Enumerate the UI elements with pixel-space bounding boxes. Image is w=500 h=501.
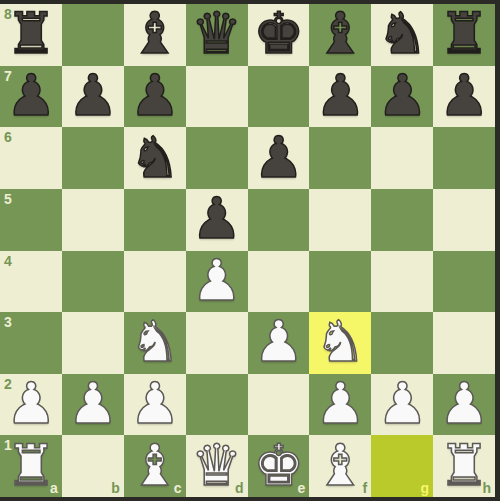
square-f1[interactable]: f♝ [309,435,371,497]
piece-black-bishop-f8[interactable]: ♝ [315,5,366,62]
piece-black-knight-c6[interactable]: ♞ [129,129,180,186]
rank-label-3: 3 [4,315,12,329]
square-g8[interactable]: ♞ [371,4,433,66]
square-d4[interactable]: ♟ [186,251,248,313]
square-h3[interactable] [433,312,495,374]
square-c7[interactable]: ♟ [124,66,186,128]
square-e7[interactable] [248,66,310,128]
square-h8[interactable]: ♜ [433,4,495,66]
square-e3[interactable]: ♟ [248,312,310,374]
square-c8[interactable]: ♝ [124,4,186,66]
piece-black-knight-g8[interactable]: ♞ [377,5,428,62]
square-d8[interactable]: ♛ [186,4,248,66]
square-f6[interactable] [309,127,371,189]
square-c6[interactable]: ♞ [124,127,186,189]
square-c2[interactable]: ♟ [124,374,186,436]
square-e2[interactable] [248,374,310,436]
piece-black-pawn-f7[interactable]: ♟ [315,67,366,124]
piece-black-pawn-d5[interactable]: ♟ [191,190,242,247]
piece-black-pawn-h7[interactable]: ♟ [439,67,490,124]
piece-white-knight-f3[interactable]: ♞ [315,313,366,370]
square-h4[interactable] [433,251,495,313]
piece-white-pawn-b2[interactable]: ♟ [67,375,118,432]
chess-board: 8♜♝♛♚♝♞♜7♟♟♟♟♟♟6♞♟5♟4♟3♞♟♞2♟♟♟♟♟♟1a♜bc♝d… [0,4,495,497]
square-g3[interactable] [371,312,433,374]
square-f2[interactable]: ♟ [309,374,371,436]
piece-black-rook-a8[interactable]: ♜ [5,5,56,62]
square-e6[interactable]: ♟ [248,127,310,189]
piece-white-pawn-c2[interactable]: ♟ [129,375,180,432]
square-f8[interactable]: ♝ [309,4,371,66]
rank-label-6: 6 [4,130,12,144]
piece-black-bishop-c8[interactable]: ♝ [129,5,180,62]
square-g1[interactable]: g [371,435,433,497]
square-g7[interactable]: ♟ [371,66,433,128]
piece-white-pawn-d4[interactable]: ♟ [191,252,242,309]
board-frame: 8♜♝♛♚♝♞♜7♟♟♟♟♟♟6♞♟5♟4♟3♞♟♞2♟♟♟♟♟♟1a♜bc♝d… [0,0,500,501]
square-g4[interactable] [371,251,433,313]
square-b3[interactable] [62,312,124,374]
piece-black-king-e8[interactable]: ♚ [253,5,304,62]
square-a4[interactable]: 4 [0,251,62,313]
square-b7[interactable]: ♟ [62,66,124,128]
piece-black-pawn-c7[interactable]: ♟ [129,67,180,124]
piece-white-bishop-f1[interactable]: ♝ [315,437,366,494]
piece-black-pawn-a7[interactable]: ♟ [5,67,56,124]
square-c1[interactable]: c♝ [124,435,186,497]
piece-white-rook-h1[interactable]: ♜ [439,437,490,494]
square-h5[interactable] [433,189,495,251]
rank-label-4: 4 [4,254,12,268]
square-a5[interactable]: 5 [0,189,62,251]
square-c3[interactable]: ♞ [124,312,186,374]
piece-white-pawn-e3[interactable]: ♟ [253,313,304,370]
square-h1[interactable]: h♜ [433,435,495,497]
square-h7[interactable]: ♟ [433,66,495,128]
rank-label-5: 5 [4,192,12,206]
square-e1[interactable]: e♚ [248,435,310,497]
square-a2[interactable]: 2♟ [0,374,62,436]
square-b2[interactable]: ♟ [62,374,124,436]
square-f4[interactable] [309,251,371,313]
piece-white-pawn-g2[interactable]: ♟ [377,375,428,432]
piece-white-king-e1[interactable]: ♚ [253,437,304,494]
piece-black-pawn-g7[interactable]: ♟ [377,67,428,124]
square-c4[interactable] [124,251,186,313]
square-e5[interactable] [248,189,310,251]
square-b5[interactable] [62,189,124,251]
square-a7[interactable]: 7♟ [0,66,62,128]
square-g2[interactable]: ♟ [371,374,433,436]
square-d5[interactable]: ♟ [186,189,248,251]
square-c5[interactable] [124,189,186,251]
square-a3[interactable]: 3 [0,312,62,374]
square-d6[interactable] [186,127,248,189]
file-label-b: b [111,481,120,495]
square-a8[interactable]: 8♜ [0,4,62,66]
square-b1[interactable]: b [62,435,124,497]
piece-black-pawn-b7[interactable]: ♟ [67,67,118,124]
square-f3[interactable]: ♞ [309,312,371,374]
square-d3[interactable] [186,312,248,374]
square-b4[interactable] [62,251,124,313]
piece-black-rook-h8[interactable]: ♜ [439,5,490,62]
square-a6[interactable]: 6 [0,127,62,189]
piece-white-pawn-h2[interactable]: ♟ [439,375,490,432]
square-f7[interactable]: ♟ [309,66,371,128]
square-h6[interactable] [433,127,495,189]
square-e8[interactable]: ♚ [248,4,310,66]
piece-white-pawn-a2[interactable]: ♟ [5,375,56,432]
piece-black-pawn-e6[interactable]: ♟ [253,129,304,186]
piece-white-rook-a1[interactable]: ♜ [5,437,56,494]
square-a1[interactable]: 1a♜ [0,435,62,497]
square-d7[interactable] [186,66,248,128]
square-g5[interactable] [371,189,433,251]
piece-white-pawn-f2[interactable]: ♟ [315,375,366,432]
piece-black-queen-d8[interactable]: ♛ [191,5,242,62]
piece-white-bishop-c1[interactable]: ♝ [129,437,180,494]
square-d1[interactable]: d♛ [186,435,248,497]
square-h2[interactable]: ♟ [433,374,495,436]
square-b6[interactable] [62,127,124,189]
square-b8[interactable] [62,4,124,66]
file-label-g: g [421,481,430,495]
square-e4[interactable] [248,251,310,313]
square-g6[interactable] [371,127,433,189]
square-d2[interactable] [186,374,248,436]
piece-white-knight-c3[interactable]: ♞ [129,313,180,370]
piece-white-queen-d1[interactable]: ♛ [191,437,242,494]
square-f5[interactable] [309,189,371,251]
